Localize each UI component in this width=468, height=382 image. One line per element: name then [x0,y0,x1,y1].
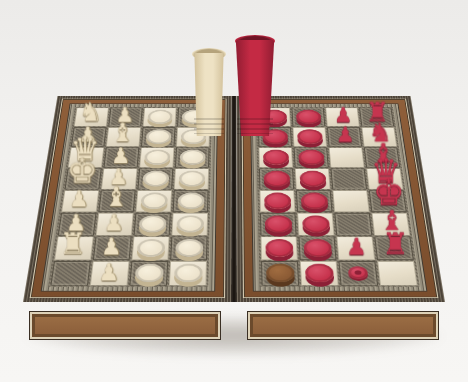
red-draughtsman[interactable] [299,171,326,187]
games-board: ♞♟♟♝♛♟♚♟♟♝♟♟♜♟♟ ♟♜♟♞♝♛♚♝♟♜ [23,96,445,302]
square-g5[interactable] [331,169,367,190]
red-draughtsman[interactable] [264,193,291,209]
square-c6[interactable] [139,148,174,168]
red-draughtsman[interactable] [265,239,293,257]
square-c4[interactable] [136,190,172,212]
red-draughtsman[interactable] [297,129,323,144]
ivory-draughtsman[interactable] [178,171,205,187]
ivory-pawn[interactable]: ♟ [111,145,130,166]
square-c2[interactable] [132,237,170,260]
box-front-left-panel [30,312,220,339]
square-f7[interactable] [293,127,327,146]
square-d2[interactable] [170,237,207,260]
square-d5[interactable] [174,169,209,190]
red-pawn[interactable]: ♟ [346,236,367,259]
red-cup-rings [237,118,272,134]
ivory-draughtsman[interactable] [136,239,165,257]
red-draughtsman[interactable] [264,215,292,232]
ivory-draughtsman[interactable] [176,215,204,232]
square-g4[interactable] [332,190,369,212]
square-f3[interactable] [297,213,334,235]
ivory-draughtsman[interactable] [138,215,166,232]
ivory-pawn[interactable]: ♟ [98,261,119,285]
square-b2[interactable]: ♟ [93,237,132,260]
square-f2[interactable] [298,237,336,260]
red-rook[interactable]: ♜ [382,229,409,259]
square-c1[interactable] [129,261,168,285]
wood-draughtsman[interactable] [266,264,295,283]
box-front-right-panel [248,312,438,339]
square-g3[interactable] [334,213,372,235]
ivory-draughtsman[interactable] [140,193,168,209]
red-draughtsman[interactable] [298,150,325,165]
square-c5[interactable] [137,169,173,190]
ivory-pawn[interactable]: ♟ [104,212,124,235]
red-draughtsman[interactable] [295,110,321,124]
square-h2[interactable]: ♜ [374,237,413,260]
right-frame-mosaic-band: ♟♜♟♞♝♛♚♝♟♜ [250,104,427,292]
red-draughtsman[interactable] [304,264,334,283]
square-f1[interactable] [300,261,339,285]
square-d6[interactable] [175,148,209,168]
square-g6[interactable] [329,148,365,168]
ivory-draughtsman[interactable] [179,150,205,165]
square-e1[interactable] [261,261,299,285]
ivory-bishop[interactable]: ♝ [111,120,134,145]
square-g2[interactable]: ♟ [336,237,375,260]
square-a1[interactable] [50,261,90,285]
ivory-pawn[interactable]: ♟ [69,188,89,210]
square-e2[interactable] [261,237,298,260]
board-grid-left: ♞♟♟♝♛♟♚♟♟♝♟♟♜♟♟ [48,107,212,287]
red-draughtsman[interactable] [303,239,332,257]
square-f5[interactable] [295,169,331,190]
square-f8[interactable] [292,108,326,127]
ivory-dice-cup[interactable] [192,53,226,136]
square-h1[interactable] [377,261,417,285]
box-front-right [237,301,449,344]
square-d1[interactable] [169,261,207,285]
ivory-draughtsman[interactable] [177,193,204,209]
ivory-rook[interactable]: ♜ [59,229,86,259]
square-e6[interactable] [259,148,293,168]
square-g1[interactable] [339,261,379,285]
photo-background: ♞♟♟♝♛♟♚♟♟♝♟♟♜♟♟ ♟♜♟♞♝♛♚♝♟♜ [0,0,468,382]
red-draughtsman[interactable] [302,215,330,232]
ivory-bishop[interactable]: ♝ [104,184,128,211]
square-g7[interactable]: ♟ [327,127,362,146]
square-e4[interactable] [260,190,296,212]
ivory-draughtsman[interactable] [142,171,169,187]
token-knob [354,270,361,274]
square-b1[interactable]: ♟ [90,261,130,285]
square-d4[interactable] [173,190,209,212]
square-b3[interactable]: ♟ [96,213,134,235]
square-e3[interactable] [260,213,296,235]
red-dice-cup[interactable] [235,40,275,136]
ivory-draughtsman[interactable] [147,110,173,124]
red-token[interactable] [348,266,369,279]
ivory-pawn[interactable]: ♟ [101,236,122,259]
ivory-cup-rings [194,118,224,134]
red-draughtsman[interactable] [300,193,328,209]
ivory-draughtsman[interactable] [175,239,203,257]
red-draughtsman[interactable] [263,150,289,165]
square-e5[interactable] [259,169,294,190]
ivory-knight[interactable]: ♞ [79,100,102,126]
red-draughtsman[interactable] [263,171,290,187]
ivory-draughtsman[interactable] [134,264,164,283]
square-d3[interactable] [171,213,207,235]
ivory-draughtsman[interactable] [173,264,202,283]
red-pawn[interactable]: ♟ [336,124,355,145]
square-c3[interactable] [134,213,171,235]
square-a2[interactable]: ♜ [54,237,93,260]
box-front-left [19,301,231,344]
square-f6[interactable] [294,148,329,168]
ivory-draughtsman[interactable] [144,150,171,165]
ivory-draughtsman[interactable] [145,129,171,144]
square-c8[interactable] [143,108,177,127]
ivory-king[interactable]: ♚ [67,154,98,189]
square-c7[interactable] [141,127,175,146]
board-grid-right: ♟♜♟♞♝♛♚♝♟♜ [256,107,420,287]
square-f4[interactable] [296,190,332,212]
